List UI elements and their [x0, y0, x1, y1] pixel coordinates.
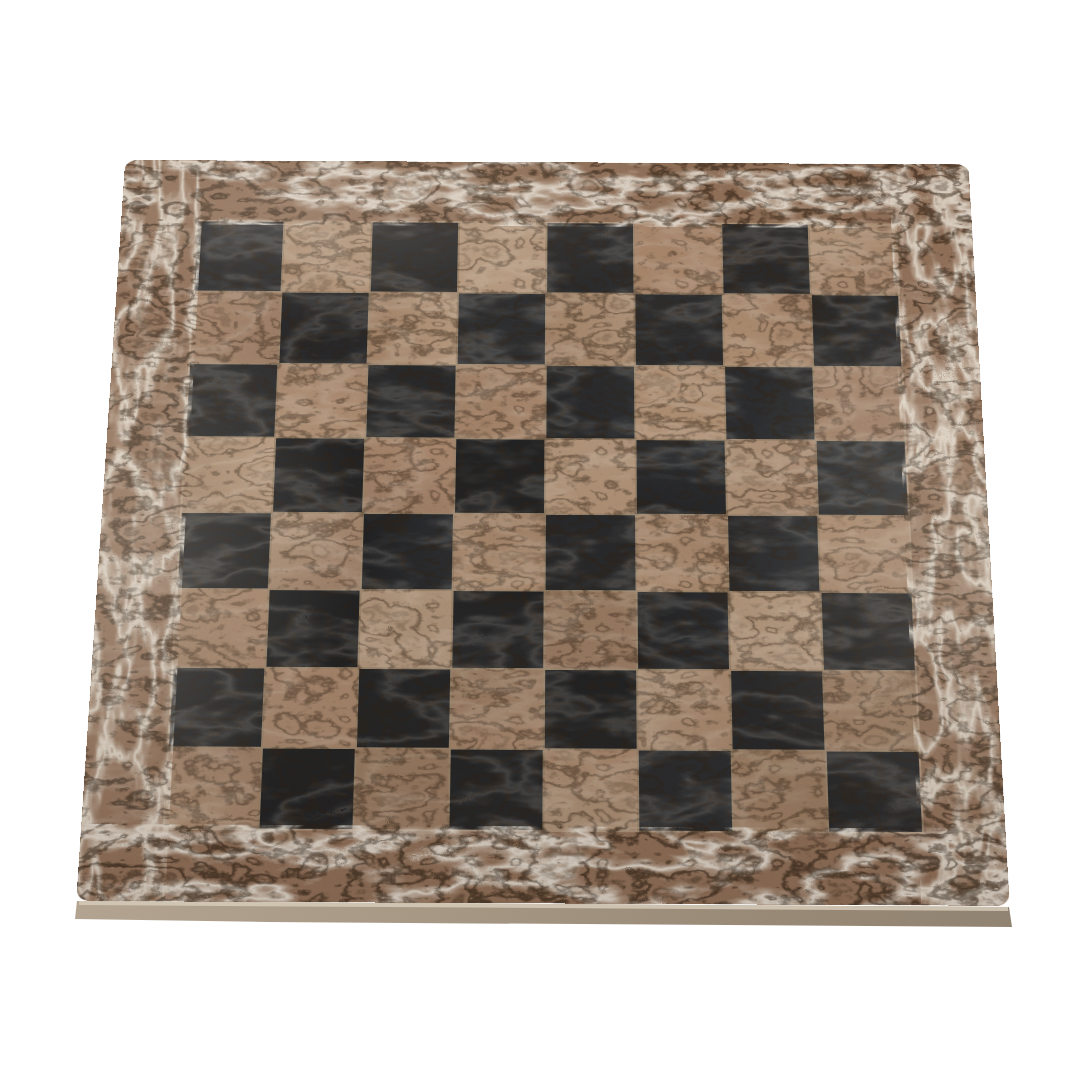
square-c8	[371, 222, 459, 292]
square-e8	[547, 223, 633, 293]
square-a5	[182, 438, 274, 512]
square-g6	[725, 367, 815, 439]
square-b4	[270, 513, 362, 588]
square-h3	[822, 593, 915, 670]
square-a7	[190, 292, 280, 363]
square-h2	[824, 671, 918, 750]
square-h7	[812, 295, 901, 366]
square-d8	[459, 223, 546, 293]
square-b1	[260, 749, 355, 829]
board-perspective-wrapper	[0, 0, 1080, 1080]
square-c1	[354, 749, 448, 829]
square-d6	[456, 366, 544, 438]
square-c5	[364, 439, 454, 513]
square-a2	[169, 668, 264, 747]
square-a3	[174, 590, 268, 667]
square-d3	[452, 591, 543, 668]
square-c7	[369, 293, 457, 364]
square-g7	[724, 295, 813, 366]
square-h8	[810, 225, 899, 295]
square-f3	[638, 592, 729, 669]
square-a6	[186, 364, 277, 436]
square-b7	[279, 293, 368, 364]
square-f2	[638, 670, 730, 749]
square-c2	[357, 669, 450, 748]
chess-board	[76, 160, 1009, 906]
square-f1	[639, 751, 732, 831]
square-b6	[276, 365, 366, 437]
square-f6	[636, 367, 725, 439]
square-d4	[454, 514, 544, 590]
square-c6	[366, 365, 455, 437]
square-e4	[546, 515, 636, 591]
square-d7	[458, 293, 546, 364]
square-f7	[635, 294, 723, 365]
square-d2	[451, 669, 543, 748]
square-b3	[266, 590, 359, 667]
square-e2	[545, 670, 637, 749]
square-a8	[194, 221, 283, 291]
square-f8	[635, 224, 722, 294]
square-h5	[817, 441, 908, 515]
square-b8	[282, 222, 370, 292]
square-e3	[545, 592, 636, 669]
square-h4	[819, 516, 911, 592]
square-e7	[547, 294, 634, 365]
board-grid	[165, 221, 923, 832]
square-h1	[827, 752, 922, 832]
square-e5	[546, 440, 635, 514]
square-g2	[731, 671, 824, 750]
square-g4	[728, 516, 819, 592]
product-photo-canvas	[0, 0, 1080, 1080]
square-e6	[546, 366, 634, 438]
square-b2	[263, 669, 357, 748]
square-h6	[814, 367, 904, 439]
square-g5	[727, 441, 817, 515]
square-c3	[359, 591, 451, 668]
square-b5	[273, 438, 364, 512]
square-a4	[178, 513, 271, 588]
square-e1	[544, 750, 637, 830]
square-g3	[730, 593, 822, 670]
square-d5	[455, 439, 544, 513]
board-position-wrapper	[100, 69, 991, 960]
square-c4	[362, 514, 453, 590]
square-f4	[637, 515, 727, 591]
square-a1	[165, 748, 261, 828]
square-d1	[449, 750, 542, 830]
square-g8	[722, 224, 810, 294]
square-g1	[733, 751, 827, 831]
square-f5	[636, 440, 726, 514]
